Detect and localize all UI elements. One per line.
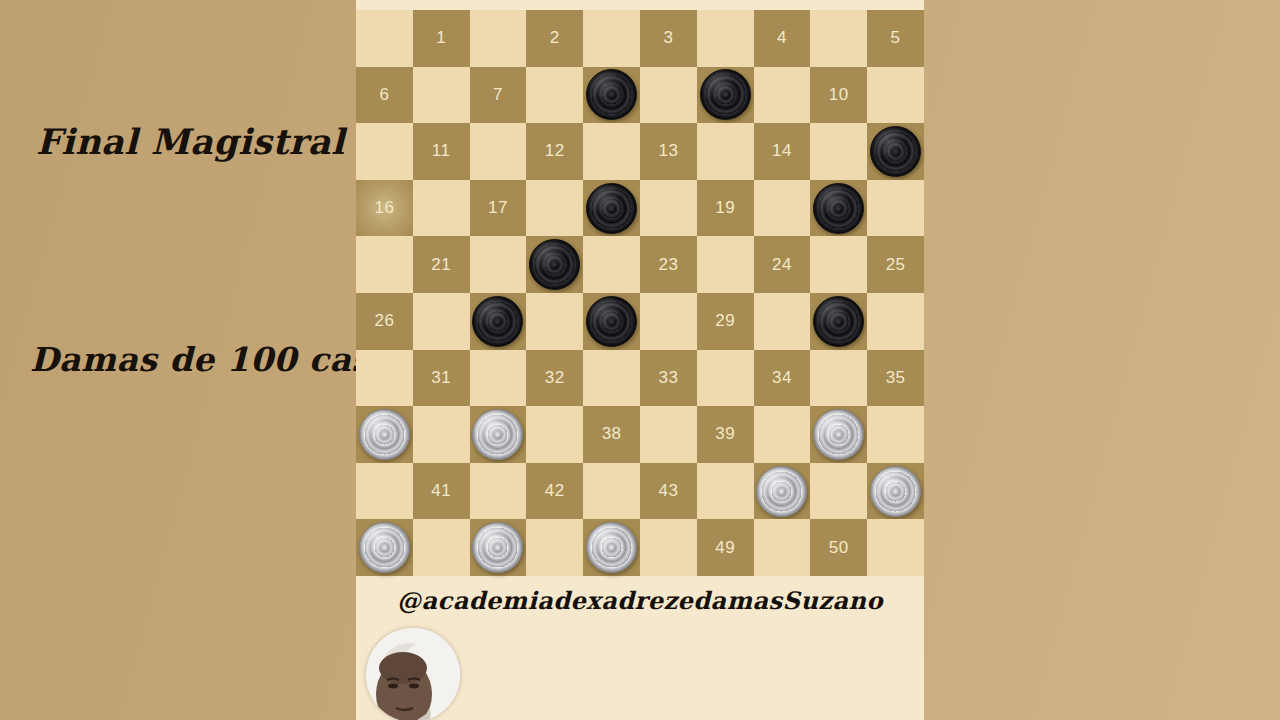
square-1[interactable]: 1: [413, 10, 470, 67]
square-number-4: 4: [777, 28, 787, 48]
square-number-49: 49: [715, 538, 735, 558]
light-square: [640, 67, 697, 124]
light-square: [526, 293, 583, 350]
square-14[interactable]: 14: [754, 123, 811, 180]
light-square: [470, 350, 527, 407]
light-square: [754, 406, 811, 463]
square-number-3: 3: [663, 28, 673, 48]
video-title: Final Magistral 1: [36, 121, 382, 162]
light-square: [413, 180, 470, 237]
square-3[interactable]: 3: [640, 10, 697, 67]
square-number-31: 31: [431, 368, 451, 388]
square-19[interactable]: 19: [697, 180, 754, 237]
square-48[interactable]: ⛀: [583, 519, 640, 576]
square-31[interactable]: 31: [413, 350, 470, 407]
square-number-29: 29: [715, 311, 735, 331]
light-square: [867, 519, 924, 576]
square-42[interactable]: 42: [526, 463, 583, 520]
square-number-42: 42: [545, 481, 565, 501]
square-4[interactable]: 4: [754, 10, 811, 67]
white-man-square-47[interactable]: ⛀: [472, 522, 523, 573]
square-45[interactable]: ⛀: [867, 463, 924, 520]
square-9[interactable]: ⛂: [697, 67, 754, 124]
square-number-7: 7: [493, 85, 503, 105]
square-number-14: 14: [772, 141, 792, 161]
square-37[interactable]: ⛀: [470, 406, 527, 463]
light-square: [697, 463, 754, 520]
square-5[interactable]: 5: [867, 10, 924, 67]
light-square: [867, 180, 924, 237]
video-subtitle: Damas de 100 casas: [30, 340, 411, 379]
light-square: [754, 293, 811, 350]
square-number-11: 11: [432, 141, 451, 161]
light-square: [526, 406, 583, 463]
light-square: [810, 10, 867, 67]
draughts-board[interactable]: 1234567⛂⛂1011121314⛂1617⛂19⛂21⛂23242526⛂…: [356, 10, 924, 576]
square-22[interactable]: ⛂: [526, 236, 583, 293]
light-square: [470, 10, 527, 67]
light-square: [356, 123, 413, 180]
white-man-square-37[interactable]: ⛀: [472, 409, 523, 460]
black-man-square-22[interactable]: ⛂: [529, 239, 580, 290]
black-man-square-15[interactable]: ⛂: [870, 126, 921, 177]
square-number-19: 19: [715, 198, 735, 218]
white-man-square-40[interactable]: ⛀: [813, 409, 864, 460]
light-square: [526, 519, 583, 576]
light-square: [810, 463, 867, 520]
square-34[interactable]: 34: [754, 350, 811, 407]
square-number-6: 6: [379, 85, 389, 105]
square-43[interactable]: 43: [640, 463, 697, 520]
light-square: [697, 236, 754, 293]
white-man-square-48[interactable]: ⛀: [586, 522, 637, 573]
square-38[interactable]: 38: [583, 406, 640, 463]
light-square: [867, 293, 924, 350]
square-15[interactable]: ⛂: [867, 123, 924, 180]
light-square: [697, 123, 754, 180]
light-square: [640, 406, 697, 463]
light-square: [754, 519, 811, 576]
light-square: [810, 123, 867, 180]
light-square: [526, 67, 583, 124]
light-square: [413, 406, 470, 463]
light-square: [413, 67, 470, 124]
square-number-17: 17: [488, 198, 508, 218]
white-man-square-36[interactable]: ⛀: [359, 409, 410, 460]
light-square: [356, 10, 413, 67]
square-39[interactable]: 39: [697, 406, 754, 463]
avatar-face-icon: [366, 628, 460, 720]
light-square: [754, 67, 811, 124]
square-20[interactable]: ⛂: [810, 180, 867, 237]
black-man-square-8[interactable]: ⛂: [586, 69, 637, 120]
square-number-24: 24: [772, 255, 792, 275]
light-square: [697, 350, 754, 407]
light-square: [640, 519, 697, 576]
white-man-square-44[interactable]: ⛀: [756, 466, 807, 517]
black-man-square-9[interactable]: ⛂: [700, 69, 751, 120]
light-square: [583, 10, 640, 67]
square-11[interactable]: 11: [413, 123, 470, 180]
square-number-50: 50: [829, 538, 849, 558]
white-man-square-46[interactable]: ⛀: [359, 522, 410, 573]
light-square: [810, 350, 867, 407]
square-number-13: 13: [658, 141, 678, 161]
square-47[interactable]: ⛀: [470, 519, 527, 576]
square-18[interactable]: ⛂: [583, 180, 640, 237]
square-13[interactable]: 13: [640, 123, 697, 180]
square-41[interactable]: 41: [413, 463, 470, 520]
square-46[interactable]: ⛀: [356, 519, 413, 576]
board-panel: 1234567⛂⛂1011121314⛂1617⛂19⛂21⛂23242526⛂…: [356, 0, 924, 720]
square-number-2: 2: [550, 28, 560, 48]
black-man-square-18[interactable]: ⛂: [586, 183, 637, 234]
light-square: [867, 406, 924, 463]
square-number-32: 32: [545, 368, 565, 388]
light-square: [413, 519, 470, 576]
square-10[interactable]: 10: [810, 67, 867, 124]
square-number-23: 23: [658, 255, 678, 275]
light-square: [583, 123, 640, 180]
light-square: [583, 236, 640, 293]
light-square: [356, 463, 413, 520]
light-square: [470, 463, 527, 520]
square-24[interactable]: 24: [754, 236, 811, 293]
light-square: [697, 10, 754, 67]
white-man-square-45[interactable]: ⛀: [870, 466, 921, 517]
square-16[interactable]: 16: [356, 180, 413, 237]
square-number-33: 33: [658, 368, 678, 388]
square-35[interactable]: 35: [867, 350, 924, 407]
square-number-12: 12: [545, 141, 565, 161]
light-square: [867, 67, 924, 124]
square-33[interactable]: 33: [640, 350, 697, 407]
square-number-38: 38: [602, 424, 622, 444]
square-number-1: 1: [436, 28, 446, 48]
light-square: [356, 236, 413, 293]
square-40[interactable]: ⛀: [810, 406, 867, 463]
black-man-square-27[interactable]: ⛂: [472, 296, 523, 347]
square-29[interactable]: 29: [697, 293, 754, 350]
square-17[interactable]: 17: [470, 180, 527, 237]
square-50[interactable]: 50: [810, 519, 867, 576]
square-number-34: 34: [772, 368, 792, 388]
black-man-square-30[interactable]: ⛂: [813, 296, 864, 347]
light-square: [356, 350, 413, 407]
black-man-square-20[interactable]: ⛂: [813, 183, 864, 234]
square-32[interactable]: 32: [526, 350, 583, 407]
square-25[interactable]: 25: [867, 236, 924, 293]
square-8[interactable]: ⛂: [583, 67, 640, 124]
square-number-26: 26: [374, 311, 394, 331]
avatar: [366, 628, 460, 720]
square-30[interactable]: ⛂: [810, 293, 867, 350]
light-square: [640, 180, 697, 237]
square-2[interactable]: 2: [526, 10, 583, 67]
square-27[interactable]: ⛂: [470, 293, 527, 350]
square-number-16: 16: [374, 198, 394, 218]
light-square: [640, 293, 697, 350]
square-number-39: 39: [715, 424, 735, 444]
light-square: [754, 180, 811, 237]
square-49[interactable]: 49: [697, 519, 754, 576]
square-number-21: 21: [431, 255, 451, 275]
square-number-43: 43: [658, 481, 678, 501]
black-man-square-28[interactable]: ⛂: [586, 296, 637, 347]
light-square: [413, 293, 470, 350]
square-number-10: 10: [829, 85, 849, 105]
light-square: [470, 123, 527, 180]
square-21[interactable]: 21: [413, 236, 470, 293]
square-36[interactable]: ⛀: [356, 406, 413, 463]
square-7[interactable]: 7: [470, 67, 527, 124]
square-26[interactable]: 26: [356, 293, 413, 350]
square-23[interactable]: 23: [640, 236, 697, 293]
square-number-41: 41: [431, 481, 451, 501]
square-number-5: 5: [891, 28, 901, 48]
channel-handle: @academiadexadrezedamasSuzano: [356, 586, 924, 615]
light-square: [583, 463, 640, 520]
light-square: [526, 180, 583, 237]
light-square: [470, 236, 527, 293]
square-44[interactable]: ⛀: [754, 463, 811, 520]
square-6[interactable]: 6: [356, 67, 413, 124]
light-square: [810, 236, 867, 293]
light-square: [583, 350, 640, 407]
square-number-35: 35: [886, 368, 906, 388]
square-28[interactable]: ⛂: [583, 293, 640, 350]
square-12[interactable]: 12: [526, 123, 583, 180]
square-number-25: 25: [886, 255, 906, 275]
